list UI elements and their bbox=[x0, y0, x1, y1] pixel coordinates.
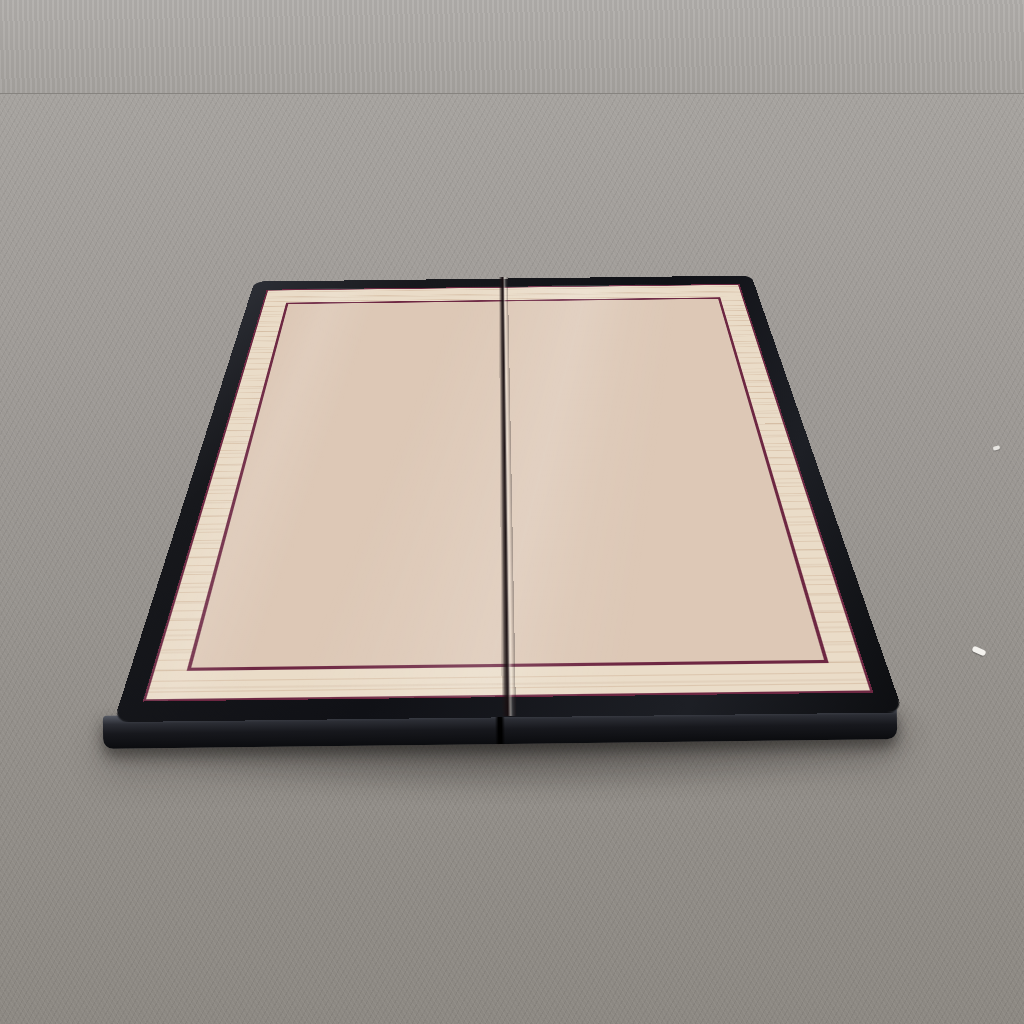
lint-speck-small bbox=[993, 445, 1001, 451]
lint-speck bbox=[971, 645, 986, 656]
fabric-top-band bbox=[0, 0, 1024, 94]
